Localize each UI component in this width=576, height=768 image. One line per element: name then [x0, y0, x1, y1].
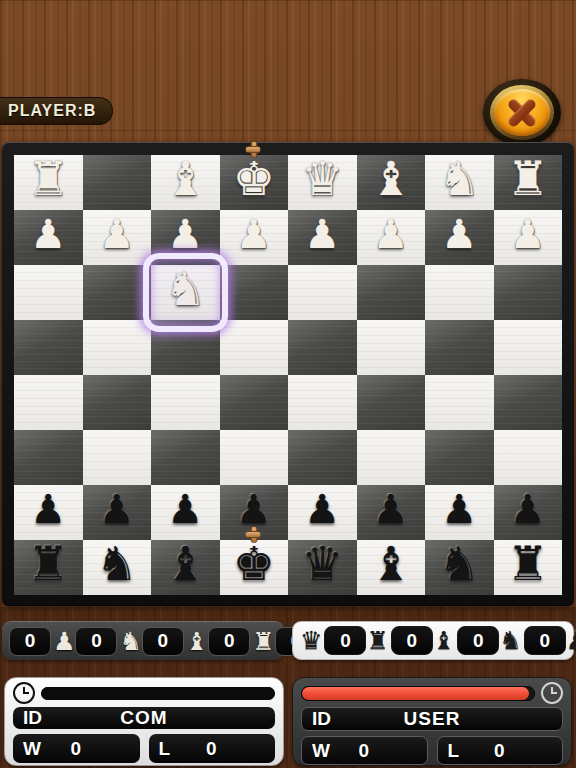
close-button-gold-ring: [490, 85, 554, 140]
captured-slot-pawn: ♟0: [566, 626, 576, 655]
square-g1[interactable]: [83, 155, 152, 210]
square-h8[interactable]: ♜: [14, 540, 83, 595]
black-pawn-icon: ♟: [99, 484, 135, 534]
close-button[interactable]: [483, 79, 561, 146]
com-wins-value: 0: [13, 738, 140, 760]
captured-count: 0: [324, 626, 366, 655]
user-timer-bar: [301, 686, 535, 701]
square-d2[interactable]: ♟: [288, 210, 357, 265]
square-c5[interactable]: [357, 375, 426, 430]
white-pawn-icon: ♟: [167, 209, 203, 259]
user-name: USER: [302, 708, 562, 730]
captured-tray-black: ♛0♜0♝0♞0♟0: [292, 621, 574, 660]
captured-slot-bishop: ♝0: [433, 626, 499, 655]
white-king-icon: ♚: [233, 154, 275, 204]
rook-icon: ♜: [366, 628, 388, 653]
square-f3[interactable]: ♞: [151, 265, 220, 320]
square-e5[interactable]: [220, 375, 289, 430]
square-e3[interactable]: [220, 265, 289, 320]
square-b5[interactable]: [425, 375, 494, 430]
captured-count: 0: [9, 627, 51, 656]
square-d1[interactable]: ♛: [288, 155, 357, 210]
square-h7[interactable]: ♟: [14, 485, 83, 540]
square-d7[interactable]: ♟: [288, 485, 357, 540]
square-c2[interactable]: ♟: [357, 210, 426, 265]
queen-icon: ♛: [300, 628, 322, 653]
square-g2[interactable]: ♟: [83, 210, 152, 265]
pawn-icon: ♟: [566, 628, 576, 653]
square-b1[interactable]: ♞: [425, 155, 494, 210]
square-b4[interactable]: [425, 320, 494, 375]
black-pawn-icon: ♟: [510, 484, 546, 534]
black-knight-icon: ♞: [438, 539, 480, 589]
com-losses-bar: L 0: [149, 734, 276, 763]
black-knight-icon: ♞: [96, 539, 138, 589]
square-a1[interactable]: ♜: [494, 155, 563, 210]
com-wins-bar: W 0: [13, 734, 140, 763]
white-pawn-icon: ♟: [99, 209, 135, 259]
black-queen-icon: ♛: [301, 539, 343, 589]
chess-board-frame: ♜♝♚♛♝♞♜♟♟♟♟♟♟♟♟♞♟♟♟♟♟♟♟♟♜♞♝♚♛♝♞♜: [2, 142, 574, 606]
square-h5[interactable]: [14, 375, 83, 430]
white-pawn-icon: ♟: [30, 209, 66, 259]
com-losses-value: 0: [149, 738, 276, 760]
square-b2[interactable]: ♟: [425, 210, 494, 265]
com-id-bar: ID COM: [13, 707, 275, 729]
square-d8[interactable]: ♛: [288, 540, 357, 595]
close-x-icon: [494, 89, 550, 136]
captured-slot-knight: ♞0: [499, 626, 565, 655]
square-a3[interactable]: [494, 265, 563, 320]
bishop-icon: ♝: [186, 629, 208, 654]
white-bishop-icon: ♝: [370, 154, 412, 204]
captured-count: 0: [142, 627, 184, 656]
square-f5[interactable]: [151, 375, 220, 430]
square-g7[interactable]: ♟: [83, 485, 152, 540]
knight-icon: ♞: [499, 628, 521, 653]
square-a6[interactable]: [494, 430, 563, 485]
player-turn-badge: PLAYER:B: [0, 97, 113, 125]
player-panel-com: ID COM W 0 L 0: [4, 677, 284, 766]
app-screen: PLAYER:B ♜♝♚♛♝♞♜♟♟♟♟♟♟♟♟♞♟♟♟♟♟♟♟♟♜♞♝♚♛♝♞…: [0, 0, 576, 768]
square-h3[interactable]: [14, 265, 83, 320]
white-knight-icon: ♞: [164, 264, 206, 314]
square-h6[interactable]: [14, 430, 83, 485]
square-d5[interactable]: [288, 375, 357, 430]
square-a7[interactable]: ♟: [494, 485, 563, 540]
user-losses-value: 0: [438, 740, 563, 762]
player-panel-user: ID USER W 0 L 0: [292, 677, 572, 766]
square-a4[interactable]: [494, 320, 563, 375]
square-h1[interactable]: ♜: [14, 155, 83, 210]
king-marker-icon: [245, 141, 262, 158]
black-pawn-icon: ♟: [373, 484, 409, 534]
square-c6[interactable]: [357, 430, 426, 485]
square-g3[interactable]: [83, 265, 152, 320]
captured-count: 0: [75, 627, 117, 656]
square-f8[interactable]: ♝: [151, 540, 220, 595]
captured-count: 0: [524, 626, 566, 655]
square-b3[interactable]: [425, 265, 494, 320]
square-e4[interactable]: [220, 320, 289, 375]
square-c4[interactable]: [357, 320, 426, 375]
square-g8[interactable]: ♞: [83, 540, 152, 595]
square-f6[interactable]: [151, 430, 220, 485]
black-king-icon: ♚: [233, 539, 275, 589]
square-f7[interactable]: ♟: [151, 485, 220, 540]
black-pawn-icon: ♟: [167, 484, 203, 534]
clock-icon: [13, 682, 35, 704]
com-name: COM: [13, 707, 275, 729]
square-d4[interactable]: [288, 320, 357, 375]
captured-slot-rook: 0♜: [208, 627, 274, 656]
white-pawn-icon: ♟: [373, 209, 409, 259]
white-rook-icon: ♜: [27, 154, 69, 204]
pawn-icon: ♟: [53, 629, 75, 654]
com-timer-row: [13, 684, 275, 702]
square-c8[interactable]: ♝: [357, 540, 426, 595]
square-f2[interactable]: ♟: [151, 210, 220, 265]
captured-count: 0: [457, 626, 499, 655]
black-rook-icon: ♜: [507, 539, 549, 589]
bishop-icon: ♝: [433, 628, 455, 653]
square-b8[interactable]: ♞: [425, 540, 494, 595]
knight-icon: ♞: [119, 629, 141, 654]
square-a5[interactable]: [494, 375, 563, 430]
chess-board: ♜♝♚♛♝♞♜♟♟♟♟♟♟♟♟♞♟♟♟♟♟♟♟♟♜♞♝♚♛♝♞♜: [14, 155, 562, 595]
black-rook-icon: ♜: [27, 539, 69, 589]
square-f1[interactable]: ♝: [151, 155, 220, 210]
white-bishop-icon: ♝: [164, 154, 206, 204]
square-e6[interactable]: [220, 430, 289, 485]
player-turn-label: PLAYER:B: [8, 102, 96, 119]
white-pawn-icon: ♟: [236, 209, 272, 259]
captured-slot-bishop: 0♝: [142, 627, 208, 656]
captured-slot-queen: ♛0: [300, 626, 366, 655]
user-wins-value: 0: [302, 740, 427, 762]
white-pawn-icon: ♟: [510, 209, 546, 259]
captured-tray-white: 0♟0♞0♝0♜0♛: [2, 621, 284, 660]
captured-slot-knight: 0♞: [75, 627, 141, 656]
square-f4[interactable]: [151, 320, 220, 375]
com-timer-bar: [41, 687, 275, 700]
square-d6[interactable]: [288, 430, 357, 485]
captured-slot-pawn: 0♟: [9, 627, 75, 656]
close-button-bezel: [483, 79, 561, 146]
white-pawn-icon: ♟: [304, 209, 340, 259]
black-bishop-icon: ♝: [164, 539, 206, 589]
black-bishop-icon: ♝: [370, 539, 412, 589]
captured-slot-rook: ♜0: [366, 626, 432, 655]
square-g6[interactable]: [83, 430, 152, 485]
square-d3[interactable]: [288, 265, 357, 320]
square-g4[interactable]: [83, 320, 152, 375]
king-marker-icon: [245, 526, 262, 543]
rook-icon: ♜: [252, 629, 274, 654]
square-b6[interactable]: [425, 430, 494, 485]
white-pawn-icon: ♟: [441, 209, 477, 259]
square-h4[interactable]: [14, 320, 83, 375]
user-id-bar: ID USER: [301, 707, 563, 731]
user-wins-bar: W 0: [301, 736, 428, 765]
white-knight-icon: ♞: [438, 154, 480, 204]
user-timer-row: [301, 684, 563, 702]
square-c7[interactable]: ♟: [357, 485, 426, 540]
square-a2[interactable]: ♟: [494, 210, 563, 265]
clock-icon: [541, 682, 563, 704]
square-c3[interactable]: [357, 265, 426, 320]
square-a8[interactable]: ♜: [494, 540, 563, 595]
square-e2[interactable]: ♟: [220, 210, 289, 265]
white-queen-icon: ♛: [301, 154, 343, 204]
square-e1[interactable]: ♚: [220, 155, 289, 210]
square-h2[interactable]: ♟: [14, 210, 83, 265]
white-rook-icon: ♜: [507, 154, 549, 204]
black-pawn-icon: ♟: [30, 484, 66, 534]
square-g5[interactable]: [83, 375, 152, 430]
black-pawn-icon: ♟: [441, 484, 477, 534]
square-c1[interactable]: ♝: [357, 155, 426, 210]
square-b7[interactable]: ♟: [425, 485, 494, 540]
user-losses-bar: L 0: [437, 736, 564, 765]
square-e8[interactable]: ♚: [220, 540, 289, 595]
black-pawn-icon: ♟: [304, 484, 340, 534]
captured-count: 0: [208, 627, 250, 656]
captured-count: 0: [391, 626, 433, 655]
